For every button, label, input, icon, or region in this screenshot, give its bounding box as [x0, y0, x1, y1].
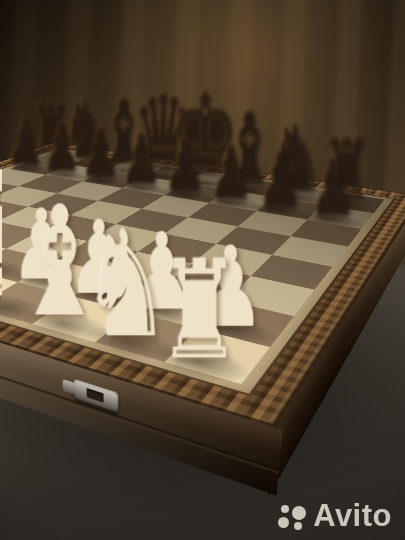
- latch-slot: [86, 388, 103, 403]
- logo-dot: [292, 506, 306, 520]
- logo-dot: [278, 517, 289, 528]
- logo-dot: [294, 522, 302, 530]
- logo-dot: [281, 505, 289, 513]
- avito-logo-icon: [278, 502, 306, 530]
- scene: ♜♞♝♛♚♝♞♜♟♟♟♟♟♟♟♟♟♟♟♟♟♟♟♟♜♞♝♛♚♝♞♜ Avito: [0, 0, 405, 540]
- latch-hook: [62, 379, 75, 395]
- avito-watermark: Avito: [278, 500, 392, 531]
- square-e4: [87, 224, 164, 252]
- watermark-text: Avito: [313, 500, 392, 531]
